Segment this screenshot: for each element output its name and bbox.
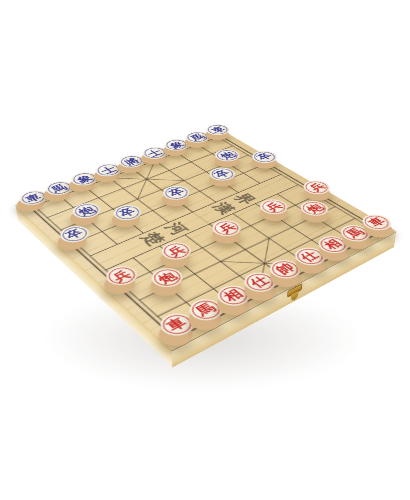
piece-blue-soldier[interactable]: 卒: [158, 183, 195, 203]
piece-red-cannon[interactable]: 炮: [146, 265, 189, 292]
piece-glyph: 相: [322, 238, 345, 251]
piece-glyph: 馬: [49, 183, 69, 194]
piece-glyph: 車: [23, 192, 43, 203]
piece-blue-cannon[interactable]: 炮: [211, 147, 245, 164]
piece-glyph: 卒: [167, 187, 187, 198]
piece-red-soldier[interactable]: 兵: [100, 263, 143, 290]
piece-glyph: 卒: [117, 207, 138, 219]
piece-glyph: 炮: [76, 205, 97, 217]
piece-glyph: 車: [209, 126, 227, 134]
piece-glyph: 車: [164, 316, 190, 333]
piece-glyph: 兵: [216, 222, 238, 234]
piece-glyph: 車: [366, 216, 388, 228]
piece-glyph: 馬: [193, 302, 218, 318]
piece-glyph: 馬: [344, 227, 367, 240]
piece-glyph: 士: [99, 165, 118, 175]
piece-glyph: 馬: [189, 133, 207, 142]
piece-red-soldier[interactable]: 兵: [299, 178, 336, 197]
piece-glyph: 象: [75, 174, 95, 184]
piece-glyph: 兵: [110, 269, 134, 284]
piece-glyph: 象: [167, 141, 186, 150]
piece-glyph: 卒: [213, 169, 233, 179]
product-photo-scene: 楚 河 漢 界 車馬象士將士象馬車炮炮卒卒卒卒卒兵兵兵兵兵炮炮車馬相仕帥仕相馬車: [0, 0, 410, 500]
piece-glyph: 卒: [255, 152, 274, 161]
piece-glyph: 炮: [156, 271, 180, 286]
piece-glyph: 相: [221, 288, 246, 304]
piece-blue-cannon[interactable]: 炮: [68, 201, 106, 222]
piece-red-soldier[interactable]: 兵: [207, 217, 247, 239]
piece-blue-soldier[interactable]: 卒: [55, 223, 94, 246]
piece-glyph: 仕: [248, 275, 272, 290]
piece-glyph: 帥: [274, 262, 298, 276]
piece-glyph: 士: [146, 148, 165, 157]
piece-glyph: 炮: [304, 203, 325, 215]
piece-glyph: 將: [123, 157, 142, 167]
piece-glyph: 炮: [218, 151, 237, 160]
piece-glyph: 兵: [264, 201, 285, 213]
piece-red-soldier[interactable]: 兵: [255, 197, 293, 218]
piece-glyph: 卒: [64, 228, 86, 241]
piece-glyph: 兵: [307, 182, 328, 193]
piece-blue-soldier[interactable]: 卒: [247, 148, 282, 165]
piece-blue-soldier[interactable]: 卒: [204, 165, 240, 183]
piece-red-soldier[interactable]: 兵: [156, 239, 197, 263]
piece-glyph: 兵: [165, 245, 188, 259]
piece-blue-soldier[interactable]: 卒: [108, 202, 146, 223]
piece-red-cannon[interactable]: 炮: [296, 198, 335, 219]
piece-glyph: 仕: [298, 250, 321, 264]
